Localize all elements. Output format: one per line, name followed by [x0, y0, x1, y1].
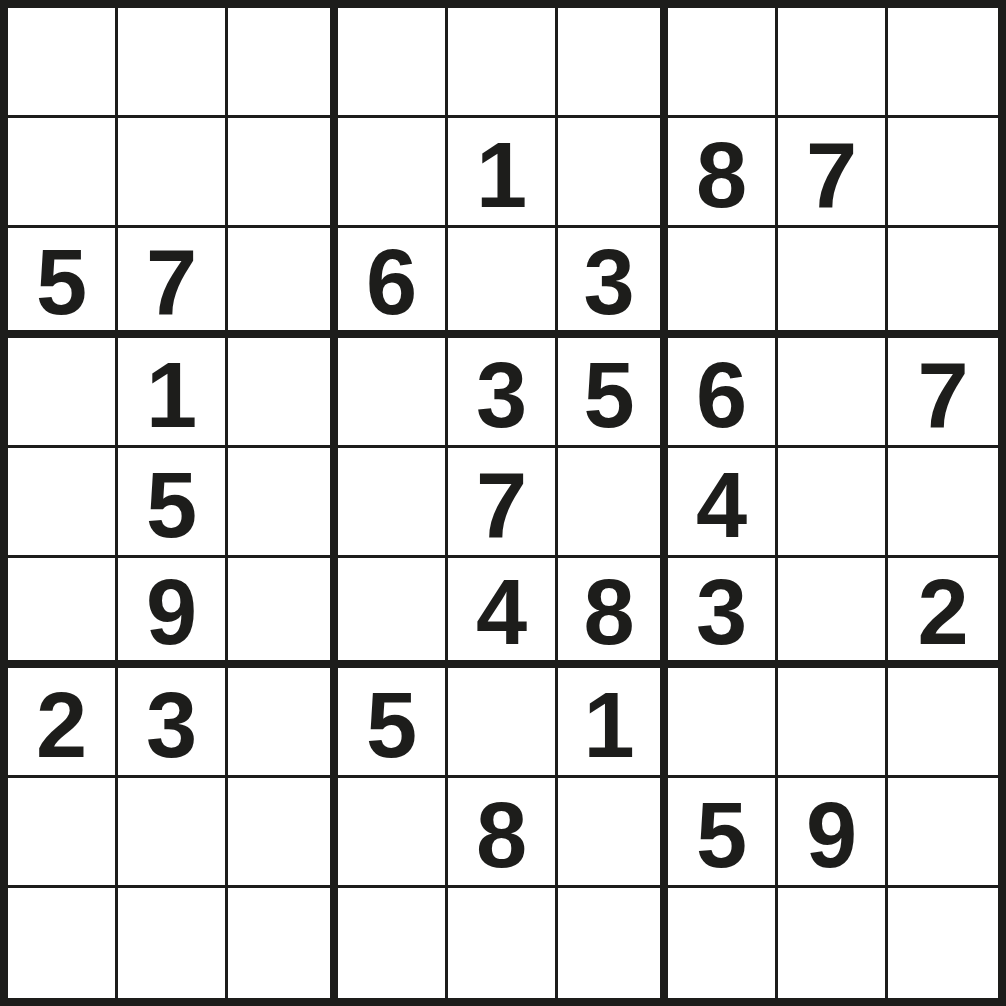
cell-r9c6[interactable]: [558, 888, 668, 998]
cell-r9c8[interactable]: [778, 888, 888, 998]
cell-r7c6[interactable]: 1: [558, 668, 668, 778]
sudoku-page: 187576313567574948322351859: [0, 0, 1006, 1006]
cell-r5c4[interactable]: [338, 448, 448, 558]
cell-r6c1[interactable]: [8, 558, 118, 668]
cell-r1c4[interactable]: [338, 8, 448, 118]
cell-r7c8[interactable]: [778, 668, 888, 778]
given-digit: 5: [366, 679, 417, 771]
cell-r5c1[interactable]: [8, 448, 118, 558]
given-digit: 1: [146, 349, 197, 441]
given-digit: 3: [476, 349, 527, 441]
cell-r5c5[interactable]: 7: [448, 448, 558, 558]
cell-r9c4[interactable]: [338, 888, 448, 998]
cell-r3c1[interactable]: 5: [8, 228, 118, 338]
cell-r4c8[interactable]: [778, 338, 888, 448]
cell-r5c6[interactable]: [558, 448, 668, 558]
given-digit: 8: [583, 566, 634, 658]
cell-r6c6[interactable]: 8: [558, 558, 668, 668]
cell-r8c9[interactable]: [888, 778, 998, 888]
given-digit: 2: [36, 679, 87, 771]
given-digit: 7: [917, 349, 968, 441]
cell-r1c9[interactable]: [888, 8, 998, 118]
given-digit: 6: [366, 236, 417, 328]
cell-r7c7[interactable]: [668, 668, 778, 778]
cell-r7c5[interactable]: [448, 668, 558, 778]
cell-r1c7[interactable]: [668, 8, 778, 118]
given-digit: 5: [146, 459, 197, 551]
cell-r7c4[interactable]: 5: [338, 668, 448, 778]
given-digit: 6: [696, 349, 747, 441]
cell-r9c5[interactable]: [448, 888, 558, 998]
cell-r4c7[interactable]: 6: [668, 338, 778, 448]
cell-r8c3[interactable]: [228, 778, 338, 888]
cell-r5c3[interactable]: [228, 448, 338, 558]
cell-r3c8[interactable]: [778, 228, 888, 338]
cell-r2c6[interactable]: [558, 118, 668, 228]
cell-r7c1[interactable]: 2: [8, 668, 118, 778]
cell-r7c3[interactable]: [228, 668, 338, 778]
cell-r6c8[interactable]: [778, 558, 888, 668]
cell-r8c1[interactable]: [8, 778, 118, 888]
given-digit: 5: [583, 349, 634, 441]
given-digit: 9: [146, 566, 197, 658]
cell-r4c2[interactable]: 1: [118, 338, 228, 448]
given-digit: 8: [476, 789, 527, 881]
cell-r2c5[interactable]: 1: [448, 118, 558, 228]
cell-r9c2[interactable]: [118, 888, 228, 998]
cell-r6c9[interactable]: 2: [888, 558, 998, 668]
cell-r9c3[interactable]: [228, 888, 338, 998]
cell-r6c3[interactable]: [228, 558, 338, 668]
given-digit: 1: [476, 129, 527, 221]
cell-r6c5[interactable]: 4: [448, 558, 558, 668]
cell-r1c3[interactable]: [228, 8, 338, 118]
cell-r9c9[interactable]: [888, 888, 998, 998]
cell-r2c8[interactable]: 7: [778, 118, 888, 228]
cell-r3c7[interactable]: [668, 228, 778, 338]
cell-r6c2[interactable]: 9: [118, 558, 228, 668]
given-digit: 8: [696, 129, 747, 221]
cell-r8c2[interactable]: [118, 778, 228, 888]
cell-r4c1[interactable]: [8, 338, 118, 448]
cell-r8c7[interactable]: 5: [668, 778, 778, 888]
cell-r5c8[interactable]: [778, 448, 888, 558]
cell-r1c8[interactable]: [778, 8, 888, 118]
cell-r4c9[interactable]: 7: [888, 338, 998, 448]
given-digit: 7: [476, 459, 527, 551]
cell-r2c3[interactable]: [228, 118, 338, 228]
cell-r2c9[interactable]: [888, 118, 998, 228]
cell-r3c5[interactable]: [448, 228, 558, 338]
cell-r7c9[interactable]: [888, 668, 998, 778]
given-digit: 4: [476, 566, 527, 658]
given-digit: 9: [806, 789, 857, 881]
cell-r6c7[interactable]: 3: [668, 558, 778, 668]
cell-r9c1[interactable]: [8, 888, 118, 998]
sudoku-board: 187576313567574948322351859: [0, 0, 1006, 1006]
cell-r1c1[interactable]: [8, 8, 118, 118]
given-digit: 3: [146, 679, 197, 771]
given-digit: 1: [583, 679, 634, 771]
given-digit: 3: [696, 566, 747, 658]
cell-r2c7[interactable]: 8: [668, 118, 778, 228]
cell-r3c2[interactable]: 7: [118, 228, 228, 338]
cell-r2c4[interactable]: [338, 118, 448, 228]
given-digit: 4: [696, 459, 747, 551]
cell-r9c7[interactable]: [668, 888, 778, 998]
given-digit: 7: [146, 236, 197, 328]
given-digit: 7: [806, 129, 857, 221]
cell-r3c3[interactable]: [228, 228, 338, 338]
given-digit: 3: [583, 236, 634, 328]
cell-r3c4[interactable]: 6: [338, 228, 448, 338]
cell-r4c5[interactable]: 3: [448, 338, 558, 448]
cell-r8c4[interactable]: [338, 778, 448, 888]
cell-r6c4[interactable]: [338, 558, 448, 668]
cell-r7c2[interactable]: 3: [118, 668, 228, 778]
given-digit: 5: [36, 236, 87, 328]
cell-r3c6[interactable]: 3: [558, 228, 668, 338]
cell-r1c5[interactable]: [448, 8, 558, 118]
cell-r4c6[interactable]: 5: [558, 338, 668, 448]
cell-r5c2[interactable]: 5: [118, 448, 228, 558]
given-digit: 5: [696, 789, 747, 881]
cell-r4c4[interactable]: [338, 338, 448, 448]
cell-r5c9[interactable]: [888, 448, 998, 558]
cell-r5c7[interactable]: 4: [668, 448, 778, 558]
cell-r2c1[interactable]: [8, 118, 118, 228]
cell-r1c2[interactable]: [118, 8, 228, 118]
cell-r2c2[interactable]: [118, 118, 228, 228]
cell-r4c3[interactable]: [228, 338, 338, 448]
cell-r8c6[interactable]: [558, 778, 668, 888]
given-digit: 2: [917, 566, 968, 658]
cell-r3c9[interactable]: [888, 228, 998, 338]
cell-r8c5[interactable]: 8: [448, 778, 558, 888]
cell-r8c8[interactable]: 9: [778, 778, 888, 888]
cell-r1c6[interactable]: [558, 8, 668, 118]
